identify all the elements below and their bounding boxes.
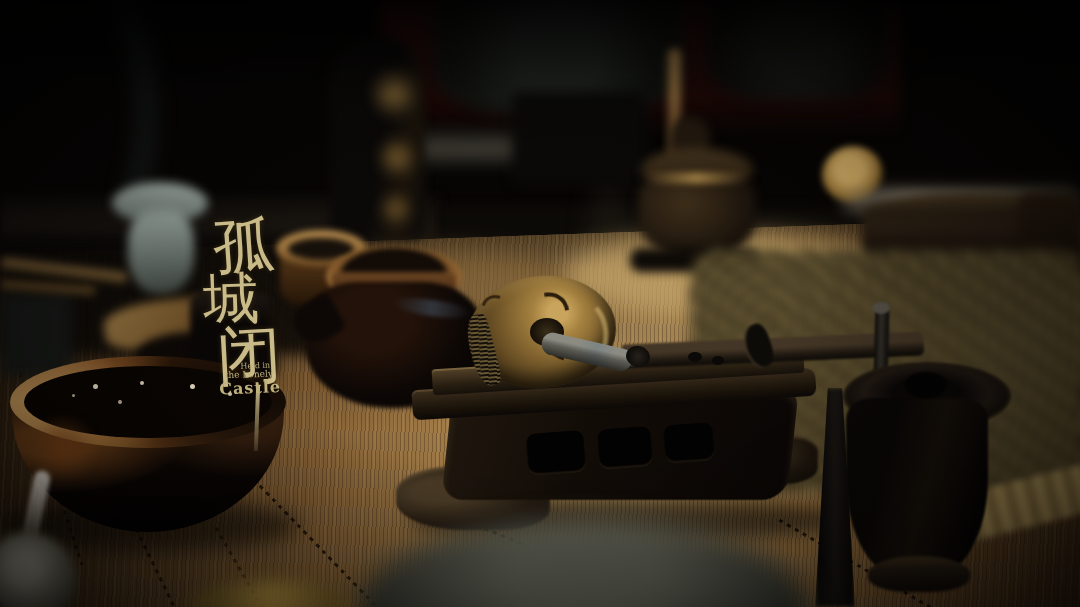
celadon-vase-body bbox=[128, 208, 194, 294]
tea-sparkle bbox=[118, 400, 122, 404]
window-medallion-right bbox=[706, 0, 888, 100]
jar-body bbox=[846, 398, 988, 578]
trough-cutout bbox=[663, 422, 716, 463]
bar-rivet bbox=[688, 352, 702, 362]
censer-rim-light bbox=[644, 172, 749, 184]
ornament-gold-glint bbox=[380, 188, 412, 230]
jar-stick-cap bbox=[872, 302, 890, 314]
ornament-gold-glint bbox=[378, 132, 416, 182]
ornament-gold-glint bbox=[372, 62, 416, 124]
bar-rivet bbox=[712, 356, 724, 365]
mat-left-edge-dark bbox=[0, 293, 72, 377]
tea-sparkle bbox=[140, 381, 144, 385]
background-dark-box bbox=[512, 92, 647, 184]
bowl-amber-patch bbox=[26, 416, 100, 480]
trough-cutout bbox=[597, 426, 654, 470]
logo-english-line-3: Castle bbox=[219, 378, 300, 398]
jar-lid-hole bbox=[905, 372, 947, 398]
drama-logo: 孤 城 闭 Held in the Lonely Castle bbox=[195, 215, 310, 455]
trough-cutout bbox=[526, 430, 587, 476]
tea-table-scene: 孤 城 闭 Held in the Lonely Castle bbox=[0, 0, 1080, 607]
tea-sparkle bbox=[72, 394, 75, 397]
tea-sparkle bbox=[93, 384, 98, 389]
logo-english-title: Held in the Lonely Castle bbox=[218, 361, 299, 398]
jar-foot bbox=[868, 556, 970, 592]
